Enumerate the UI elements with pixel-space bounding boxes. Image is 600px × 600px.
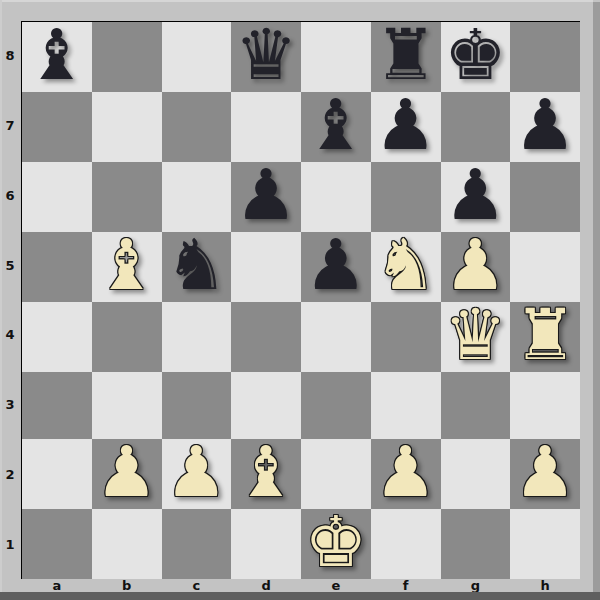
square-d1[interactable] <box>231 509 301 579</box>
rank-label-8: 8 <box>0 21 20 91</box>
square-h4[interactable]: ♜ <box>510 302 580 372</box>
piece-white-pawn-f2[interactable]: ♟ <box>374 437 437 507</box>
square-b2[interactable]: ♟ <box>92 439 162 509</box>
square-b7[interactable] <box>92 92 162 162</box>
square-f5[interactable]: ♞ <box>371 232 441 302</box>
file-label-d: d <box>231 579 301 592</box>
piece-black-pawn-e5[interactable]: ♟ <box>304 230 367 300</box>
piece-white-knight-f5[interactable]: ♞ <box>374 230 437 300</box>
square-b3[interactable] <box>92 372 162 439</box>
square-h2[interactable]: ♟ <box>510 439 580 509</box>
square-f4[interactable] <box>371 302 441 372</box>
square-e6[interactable] <box>301 162 371 232</box>
frame-bevel-right <box>593 2 600 592</box>
square-b1[interactable] <box>92 509 162 579</box>
square-f1[interactable] <box>371 509 441 579</box>
piece-white-pawn-c2[interactable]: ♟ <box>165 437 228 507</box>
piece-black-bishop-a8[interactable]: ♝ <box>25 20 88 90</box>
square-f7[interactable]: ♟ <box>371 92 441 162</box>
square-d6[interactable]: ♟ <box>231 162 301 232</box>
square-e5[interactable]: ♟ <box>301 232 371 302</box>
frame-bevel-bottom <box>0 592 600 600</box>
file-label-c: c <box>162 579 232 592</box>
rank-label-1: 1 <box>0 509 20 579</box>
rank-label-4: 4 <box>0 300 20 370</box>
square-e4[interactable] <box>301 302 371 372</box>
square-b4[interactable] <box>92 302 162 372</box>
square-e1[interactable]: ♚ <box>301 509 371 579</box>
piece-white-rook-h4[interactable]: ♜ <box>514 300 577 370</box>
file-label-f: f <box>371 579 441 592</box>
square-a3[interactable] <box>22 372 92 439</box>
piece-white-pawn-g5[interactable]: ♟ <box>444 230 507 300</box>
file-label-h: h <box>510 579 580 592</box>
piece-black-pawn-d6[interactable]: ♟ <box>235 160 298 230</box>
square-c5[interactable]: ♞ <box>162 232 232 302</box>
square-d2[interactable]: ♝ <box>231 439 301 509</box>
piece-white-bishop-b5[interactable]: ♝ <box>95 230 158 300</box>
piece-white-king-e1[interactable]: ♚ <box>304 507 367 577</box>
square-a2[interactable] <box>22 439 92 509</box>
square-g6[interactable]: ♟ <box>441 162 511 232</box>
piece-black-queen-d8[interactable]: ♛ <box>235 20 298 90</box>
square-a8[interactable]: ♝ <box>22 22 92 92</box>
file-label-e: e <box>301 579 371 592</box>
square-c8[interactable] <box>162 22 232 92</box>
square-c4[interactable] <box>162 302 232 372</box>
square-c7[interactable] <box>162 92 232 162</box>
square-f3[interactable] <box>371 372 441 439</box>
square-e3[interactable] <box>301 372 371 439</box>
piece-black-pawn-f7[interactable]: ♟ <box>374 90 437 160</box>
square-d5[interactable] <box>231 232 301 302</box>
piece-black-pawn-g6[interactable]: ♟ <box>444 160 507 230</box>
rank-labels: 87654321 <box>0 21 20 579</box>
piece-white-bishop-d2[interactable]: ♝ <box>235 437 298 507</box>
square-b5[interactable]: ♝ <box>92 232 162 302</box>
chess-board: ♝♛♜♚♝♟♟♟♟♝♞♟♞♟♛♜♟♟♝♟♟♚ <box>21 21 580 579</box>
square-g8[interactable]: ♚ <box>441 22 511 92</box>
square-a7[interactable] <box>22 92 92 162</box>
rank-label-7: 7 <box>0 91 20 161</box>
square-g4[interactable]: ♛ <box>441 302 511 372</box>
file-label-g: g <box>441 579 511 592</box>
piece-white-pawn-b2[interactable]: ♟ <box>95 437 158 507</box>
piece-black-knight-c5[interactable]: ♞ <box>165 230 228 300</box>
file-label-a: a <box>22 579 92 592</box>
file-labels: abcdefgh <box>22 579 580 592</box>
board-frame: ♝♛♜♚♝♟♟♟♟♝♞♟♞♟♛♜♟♟♝♟♟♚ 87654321 abcdefgh <box>0 0 600 600</box>
square-f2[interactable]: ♟ <box>371 439 441 509</box>
piece-white-queen-g4[interactable]: ♛ <box>444 300 507 370</box>
square-d8[interactable]: ♛ <box>231 22 301 92</box>
frame-bevel-left <box>0 0 2 592</box>
piece-white-pawn-h2[interactable]: ♟ <box>514 437 577 507</box>
square-a5[interactable] <box>22 232 92 302</box>
piece-black-rook-f8[interactable]: ♜ <box>374 20 437 90</box>
square-f8[interactable]: ♜ <box>371 22 441 92</box>
rank-label-3: 3 <box>0 370 20 440</box>
rank-label-5: 5 <box>0 230 20 300</box>
square-e7[interactable]: ♝ <box>301 92 371 162</box>
square-g2[interactable] <box>441 439 511 509</box>
square-g3[interactable] <box>441 372 511 439</box>
square-h1[interactable] <box>510 509 580 579</box>
square-c6[interactable] <box>162 162 232 232</box>
square-h8[interactable] <box>510 22 580 92</box>
rank-label-6: 6 <box>0 161 20 231</box>
square-d4[interactable] <box>231 302 301 372</box>
square-a6[interactable] <box>22 162 92 232</box>
square-b6[interactable] <box>92 162 162 232</box>
square-d3[interactable] <box>231 372 301 439</box>
rank-label-2: 2 <box>0 440 20 510</box>
square-b8[interactable] <box>92 22 162 92</box>
square-a1[interactable] <box>22 509 92 579</box>
piece-black-pawn-h7[interactable]: ♟ <box>514 90 577 160</box>
square-a4[interactable] <box>22 302 92 372</box>
square-e8[interactable] <box>301 22 371 92</box>
square-c1[interactable] <box>162 509 232 579</box>
piece-black-king-g8[interactable]: ♚ <box>444 20 507 90</box>
square-g1[interactable] <box>441 509 511 579</box>
square-e2[interactable] <box>301 439 371 509</box>
square-g7[interactable] <box>441 92 511 162</box>
square-g5[interactable]: ♟ <box>441 232 511 302</box>
square-f6[interactable] <box>371 162 441 232</box>
square-h5[interactable] <box>510 232 580 302</box>
piece-black-bishop-e7[interactable]: ♝ <box>304 90 367 160</box>
square-c2[interactable]: ♟ <box>162 439 232 509</box>
square-h7[interactable]: ♟ <box>510 92 580 162</box>
frame-bevel-top <box>0 0 593 2</box>
square-c3[interactable] <box>162 372 232 439</box>
square-h3[interactable] <box>510 372 580 439</box>
square-h6[interactable] <box>510 162 580 232</box>
file-label-b: b <box>92 579 162 592</box>
square-d7[interactable] <box>231 92 301 162</box>
